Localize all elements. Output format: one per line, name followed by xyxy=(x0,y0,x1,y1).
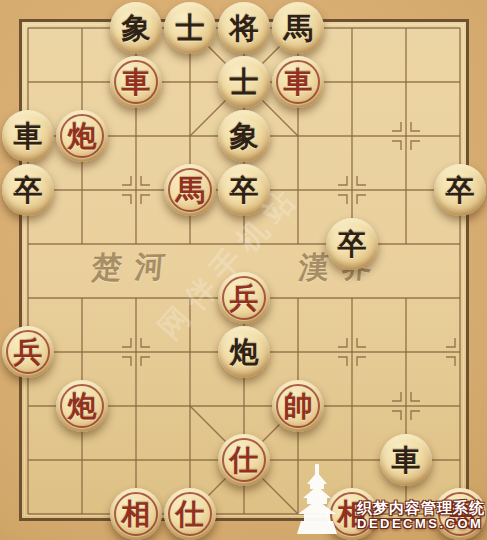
piece-red-馬[interactable]: 馬 xyxy=(164,164,216,216)
piece-red-車[interactable]: 車 xyxy=(110,56,162,108)
xiangqi-app-screenshot: 楚河 漢界 象士将馬車士車車炮象卒馬卒卒卒兵兵炮炮帥仕車相仕相馬 网伴手机站 织… xyxy=(0,0,487,540)
piece-black-卒[interactable]: 卒 xyxy=(326,218,378,270)
piece-glyph: 卒 xyxy=(230,176,259,205)
watermark-site-name: 织梦内容管理系统 xyxy=(357,500,485,517)
piece-glyph: 士 xyxy=(176,14,205,43)
piece-glyph: 車 xyxy=(122,68,151,97)
piece-black-将[interactable]: 将 xyxy=(218,2,270,54)
piece-glyph: 車 xyxy=(392,446,421,475)
piece-glyph: 将 xyxy=(230,14,259,43)
piece-black-士[interactable]: 士 xyxy=(218,56,270,108)
piece-glyph: 炮 xyxy=(68,392,97,421)
piece-glyph: 馬 xyxy=(176,176,205,205)
piece-glyph: 卒 xyxy=(338,230,367,259)
piece-black-士[interactable]: 士 xyxy=(164,2,216,54)
piece-glyph: 車 xyxy=(284,68,313,97)
river-label-left: 楚河 xyxy=(91,251,180,282)
piece-black-車[interactable]: 車 xyxy=(380,434,432,486)
piece-glyph: 炮 xyxy=(68,122,97,151)
piece-black-炮[interactable]: 炮 xyxy=(218,326,270,378)
piece-glyph: 帥 xyxy=(284,392,313,421)
pagoda-logo-icon xyxy=(291,464,343,538)
piece-black-馬[interactable]: 馬 xyxy=(272,2,324,54)
piece-black-車[interactable]: 車 xyxy=(2,110,54,162)
piece-red-帥[interactable]: 帥 xyxy=(272,380,324,432)
piece-glyph: 士 xyxy=(230,68,259,97)
piece-red-仕[interactable]: 仕 xyxy=(164,488,216,540)
piece-red-炮[interactable]: 炮 xyxy=(56,380,108,432)
piece-red-車[interactable]: 車 xyxy=(272,56,324,108)
piece-red-兵[interactable]: 兵 xyxy=(2,326,54,378)
piece-red-兵[interactable]: 兵 xyxy=(218,272,270,324)
piece-glyph: 仕 xyxy=(176,500,205,529)
piece-glyph: 卒 xyxy=(14,176,43,205)
piece-glyph: 象 xyxy=(230,122,259,151)
piece-glyph: 象 xyxy=(122,14,151,43)
piece-black-卒[interactable]: 卒 xyxy=(2,164,54,216)
piece-black-卒[interactable]: 卒 xyxy=(218,164,270,216)
piece-glyph: 相 xyxy=(122,500,151,529)
piece-red-相[interactable]: 相 xyxy=(110,488,162,540)
piece-red-炮[interactable]: 炮 xyxy=(56,110,108,162)
watermark-site-domain: DEDECMS.COM xyxy=(357,516,483,532)
piece-glyph: 炮 xyxy=(230,338,259,367)
site-watermark: 织梦内容管理系统 DEDECMS.COM xyxy=(357,500,485,532)
piece-glyph: 仕 xyxy=(230,446,259,475)
piece-glyph: 車 xyxy=(14,122,43,151)
piece-black-象[interactable]: 象 xyxy=(218,110,270,162)
piece-red-仕[interactable]: 仕 xyxy=(218,434,270,486)
piece-glyph: 馬 xyxy=(284,14,313,43)
piece-glyph: 兵 xyxy=(230,284,259,313)
piece-black-卒[interactable]: 卒 xyxy=(434,164,486,216)
piece-glyph: 卒 xyxy=(446,176,475,205)
piece-glyph: 兵 xyxy=(14,338,43,367)
piece-black-象[interactable]: 象 xyxy=(110,2,162,54)
